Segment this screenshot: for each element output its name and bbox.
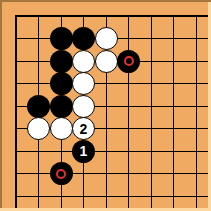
black-stone — [72, 27, 95, 50]
board-edge-left — [0, 0, 2, 211]
move-number: 1 — [80, 144, 88, 158]
black-stone — [50, 72, 73, 95]
black-stone — [117, 50, 140, 73]
grid-line-horizontal — [15, 196, 208, 197]
grid-line-vertical — [15, 15, 17, 208]
go-diagram: 21 — [0, 0, 211, 211]
grid-line-horizontal — [15, 15, 208, 17]
circle-marker — [124, 56, 134, 66]
grid-line-vertical — [196, 15, 197, 208]
black-stone — [50, 50, 73, 73]
move-number: 2 — [80, 121, 88, 135]
grid-line-horizontal — [15, 151, 208, 152]
grid-line-vertical — [151, 15, 152, 208]
white-stone — [95, 50, 118, 73]
black-stone — [50, 162, 73, 185]
black-stone — [50, 95, 73, 118]
white-stone — [72, 72, 95, 95]
board-continues-bottom-strip — [0, 208, 211, 211]
grid-line-horizontal — [15, 173, 208, 174]
black-stone — [27, 95, 50, 118]
white-stone — [72, 95, 95, 118]
board-edge-top — [0, 0, 211, 2]
black-stone — [50, 27, 73, 50]
white-stone — [95, 27, 118, 50]
black-stone: 1 — [72, 140, 95, 163]
white-stone — [27, 117, 50, 140]
board-continues-right-strip — [208, 2, 211, 211]
grid-line-horizontal — [15, 83, 208, 84]
white-stone: 2 — [72, 117, 95, 140]
grid-line-vertical — [173, 15, 174, 208]
white-stone — [50, 117, 73, 140]
white-stone — [72, 50, 95, 73]
circle-marker — [56, 169, 66, 179]
grid-line-vertical — [128, 15, 129, 208]
